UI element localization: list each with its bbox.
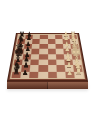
fold-seam — [47, 82, 48, 89]
square-h1 — [74, 72, 84, 79]
square-h4 — [48, 72, 57, 79]
square-h6 — [29, 72, 38, 79]
chess-board — [7, 33, 88, 81]
square-h5 — [38, 72, 47, 79]
board-front-edge — [7, 81, 88, 89]
chess-set-product-photo: ♜♞♝♛♚♝♞♜♟♟♟♟♟♟♟♟♟♟♟♟♟♟♟♟♜♞♝♛♚♝♞♜ — [0, 0, 95, 126]
board-squares — [11, 35, 83, 78]
